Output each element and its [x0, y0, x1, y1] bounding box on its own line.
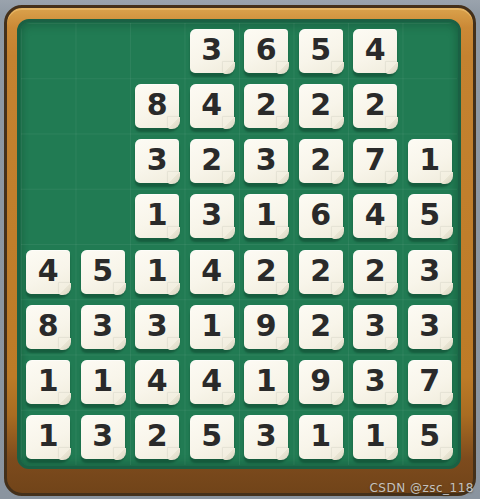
tile-value: 2: [310, 90, 331, 120]
tile-r5c5[interactable]: 2: [244, 250, 288, 294]
tile-r8c4[interactable]: 5: [190, 415, 234, 459]
tile-value: 1: [92, 366, 113, 396]
tile-r3c3[interactable]: 3: [135, 139, 179, 183]
tile-r5c7[interactable]: 2: [353, 250, 397, 294]
tile-r1c5[interactable]: 6: [244, 29, 288, 73]
tile-value: 1: [38, 421, 59, 451]
cell-r3c8: 1: [403, 134, 458, 189]
tile-r5c6[interactable]: 2: [299, 250, 343, 294]
cell-r8c4: 5: [185, 410, 240, 465]
tile-r8c5[interactable]: 3: [244, 415, 288, 459]
watermark: CSDN @zsc_118: [369, 481, 474, 495]
tile-corner-fold: [168, 172, 180, 184]
tile-value: 2: [310, 256, 331, 286]
tile-value: 1: [310, 421, 331, 451]
tile-value: 2: [310, 145, 331, 175]
tile-value: 3: [365, 366, 386, 396]
tile-corner-fold: [277, 227, 289, 239]
tile-corner-fold: [441, 393, 453, 405]
tile-corner-fold: [277, 283, 289, 295]
tile-corner-fold: [386, 338, 398, 350]
tile-r7c4[interactable]: 4: [190, 360, 234, 404]
cell-r5c1: 4: [21, 244, 76, 299]
tile-corner-fold: [223, 393, 235, 405]
tile-corner-fold: [114, 283, 126, 295]
tile-r8c1[interactable]: 1: [26, 415, 70, 459]
tile-r8c6[interactable]: 1: [299, 415, 343, 459]
tile-corner-fold: [277, 393, 289, 405]
cell-r8c5: 3: [239, 410, 294, 465]
tile-r4c8[interactable]: 5: [408, 194, 452, 238]
tile-value: 8: [147, 90, 168, 120]
tile-value: 3: [419, 256, 440, 286]
tile-r1c7[interactable]: 4: [353, 29, 397, 73]
tile-corner-fold: [441, 338, 453, 350]
cell-r8c8: 5: [403, 410, 458, 465]
tile-corner-fold: [332, 117, 344, 129]
tile-corner-fold: [168, 227, 180, 239]
tile-value: 1: [38, 366, 59, 396]
tile-corner-fold: [168, 283, 180, 295]
tile-r3c6[interactable]: 2: [299, 139, 343, 183]
cell-r1c5: 6: [239, 23, 294, 78]
cell-r6c5: 9: [239, 299, 294, 354]
tile-r5c3[interactable]: 1: [135, 250, 179, 294]
tile-value: 1: [147, 200, 168, 230]
tile-r8c7[interactable]: 1: [353, 415, 397, 459]
tile-corner-fold: [59, 393, 71, 405]
tile-corner-fold: [441, 227, 453, 239]
cell-r1c8: [403, 23, 458, 78]
cell-r6c8: 3: [403, 299, 458, 354]
tile-r7c3[interactable]: 4: [135, 360, 179, 404]
tile-value: 3: [92, 311, 113, 341]
cell-r1c7: 4: [348, 23, 403, 78]
tile-corner-fold: [59, 338, 71, 350]
tile-corner-fold: [277, 338, 289, 350]
cell-r1c6: 5: [294, 23, 349, 78]
tile-r4c3[interactable]: 1: [135, 194, 179, 238]
cell-r2c4: 4: [185, 78, 240, 133]
tile-corner-fold: [386, 227, 398, 239]
tile-r1c6[interactable]: 5: [299, 29, 343, 73]
cell-r4c8: 5: [403, 189, 458, 244]
tile-corner-fold: [386, 283, 398, 295]
tile-value: 2: [256, 256, 277, 286]
tile-r6c8[interactable]: 3: [408, 305, 452, 349]
cell-r7c2: 1: [76, 355, 131, 410]
tile-value: 5: [419, 421, 440, 451]
tile-r2c6[interactable]: 2: [299, 84, 343, 128]
tile-r8c8[interactable]: 5: [408, 415, 452, 459]
tile-value: 3: [201, 35, 222, 65]
tile-corner-fold: [114, 448, 126, 460]
cell-r6c3: 3: [130, 299, 185, 354]
tile-r6c2[interactable]: 3: [81, 305, 125, 349]
cell-r4c2: [76, 189, 131, 244]
tile-value: 2: [147, 421, 168, 451]
tile-corner-fold: [168, 117, 180, 129]
tile-corner-fold: [59, 283, 71, 295]
cell-r8c6: 1: [294, 410, 349, 465]
tile-corner-fold: [332, 393, 344, 405]
tile-r2c3[interactable]: 8: [135, 84, 179, 128]
tile-value: 4: [38, 256, 59, 286]
tile-corner-fold: [386, 117, 398, 129]
cell-r1c2: [76, 23, 131, 78]
tile-corner-fold: [332, 172, 344, 184]
tile-corner-fold: [168, 393, 180, 405]
cell-r3c5: 3: [239, 134, 294, 189]
tile-value: 4: [365, 200, 386, 230]
tile-corner-fold: [277, 172, 289, 184]
cell-r2c6: 2: [294, 78, 349, 133]
tile-r4c5[interactable]: 1: [244, 194, 288, 238]
cell-r5c3: 1: [130, 244, 185, 299]
tile-value: 8: [38, 311, 59, 341]
tile-r2c5[interactable]: 2: [244, 84, 288, 128]
tile-r5c4[interactable]: 4: [190, 250, 234, 294]
cell-r3c6: 2: [294, 134, 349, 189]
tile-r5c1[interactable]: 4: [26, 250, 70, 294]
tile-r7c5[interactable]: 1: [244, 360, 288, 404]
tile-corner-fold: [223, 172, 235, 184]
tile-r6c4[interactable]: 1: [190, 305, 234, 349]
cell-r2c7: 2: [348, 78, 403, 133]
tile-corner-fold: [223, 448, 235, 460]
tile-value: 2: [365, 90, 386, 120]
tile-value: 2: [201, 145, 222, 175]
cell-r7c3: 4: [130, 355, 185, 410]
cell-r5c4: 4: [185, 244, 240, 299]
tile-value: 2: [256, 90, 277, 120]
tile-corner-fold: [386, 448, 398, 460]
tile-r1c4[interactable]: 3: [190, 29, 234, 73]
tile-value: 5: [419, 200, 440, 230]
tile-r6c6[interactable]: 2: [299, 305, 343, 349]
cell-r2c8: [403, 78, 458, 133]
cell-r4c5: 1: [239, 189, 294, 244]
tile-r7c1[interactable]: 1: [26, 360, 70, 404]
cell-r2c2: [76, 78, 131, 133]
tile-value: 4: [365, 35, 386, 65]
tile-value: 4: [201, 256, 222, 286]
tile-r6c3[interactable]: 3: [135, 305, 179, 349]
tile-r8c2[interactable]: 3: [81, 415, 125, 459]
cell-r2c1: [21, 78, 76, 133]
cell-r4c4: 3: [185, 189, 240, 244]
tile-r7c6[interactable]: 9: [299, 360, 343, 404]
tile-value: 2: [310, 311, 331, 341]
cell-r3c7: 7: [348, 134, 403, 189]
tile-r5c2[interactable]: 5: [81, 250, 125, 294]
tile-value: 3: [147, 311, 168, 341]
tile-r8c3[interactable]: 2: [135, 415, 179, 459]
tile-corner-fold: [277, 117, 289, 129]
tile-corner-fold: [332, 338, 344, 350]
cell-r5c2: 5: [76, 244, 131, 299]
tile-value: 4: [147, 366, 168, 396]
tile-corner-fold: [277, 448, 289, 460]
tile-value: 6: [310, 200, 331, 230]
tile-r3c5[interactable]: 3: [244, 139, 288, 183]
tile-corner-fold: [223, 62, 235, 74]
tile-value: 1: [201, 311, 222, 341]
tile-value: 5: [92, 256, 113, 286]
tile-r6c5[interactable]: 9: [244, 305, 288, 349]
tile-r7c8[interactable]: 7: [408, 360, 452, 404]
tile-value: 9: [256, 311, 277, 341]
tile-value: 1: [147, 256, 168, 286]
cell-r5c6: 2: [294, 244, 349, 299]
cell-r5c8: 3: [403, 244, 458, 299]
cell-r6c4: 1: [185, 299, 240, 354]
cell-r7c6: 9: [294, 355, 349, 410]
cell-r4c1: [21, 189, 76, 244]
tile-corner-fold: [441, 448, 453, 460]
cell-r8c2: 3: [76, 410, 131, 465]
tile-value: 2: [365, 256, 386, 286]
cell-r4c6: 6: [294, 189, 349, 244]
game-board: 3654842223232711316454514222383319233114…: [17, 19, 461, 469]
tile-corner-fold: [223, 117, 235, 129]
tile-value: 1: [256, 366, 277, 396]
tile-value: 3: [365, 311, 386, 341]
tile-value: 4: [201, 366, 222, 396]
tile-value: 7: [419, 366, 440, 396]
cell-r8c7: 1: [348, 410, 403, 465]
tile-corner-fold: [441, 283, 453, 295]
tile-corner-fold: [386, 172, 398, 184]
tile-value: 1: [419, 145, 440, 175]
tile-corner-fold: [332, 448, 344, 460]
tile-value: 5: [201, 421, 222, 451]
cell-r7c8: 7: [403, 355, 458, 410]
tile-r2c4[interactable]: 4: [190, 84, 234, 128]
tile-value: 1: [365, 421, 386, 451]
cell-r6c7: 3: [348, 299, 403, 354]
cell-r2c5: 2: [239, 78, 294, 133]
cell-r3c1: [21, 134, 76, 189]
tile-r7c7[interactable]: 3: [353, 360, 397, 404]
tile-corner-fold: [114, 393, 126, 405]
tile-corner-fold: [332, 283, 344, 295]
cell-r5c7: 2: [348, 244, 403, 299]
cell-r1c3: [130, 23, 185, 78]
tile-corner-fold: [168, 338, 180, 350]
cell-r7c4: 4: [185, 355, 240, 410]
tile-r3c7[interactable]: 7: [353, 139, 397, 183]
cell-r8c1: 1: [21, 410, 76, 465]
tile-r6c7[interactable]: 3: [353, 305, 397, 349]
cell-r7c1: 1: [21, 355, 76, 410]
tile-r4c6[interactable]: 6: [299, 194, 343, 238]
cell-r7c5: 1: [239, 355, 294, 410]
cell-r1c1: [21, 23, 76, 78]
tile-r4c7[interactable]: 4: [353, 194, 397, 238]
tile-r7c2[interactable]: 1: [81, 360, 125, 404]
tile-value: 3: [256, 145, 277, 175]
tile-r3c4[interactable]: 2: [190, 139, 234, 183]
tile-r2c7[interactable]: 2: [353, 84, 397, 128]
tile-corner-fold: [168, 448, 180, 460]
cell-r4c3: 1: [130, 189, 185, 244]
tile-grid: 3654842223232711316454514222383319233114…: [21, 23, 457, 465]
tile-r5c8[interactable]: 3: [408, 250, 452, 294]
cell-r2c3: 8: [130, 78, 185, 133]
cell-r3c2: [76, 134, 131, 189]
cell-r6c2: 3: [76, 299, 131, 354]
tile-value: 3: [92, 421, 113, 451]
tile-corner-fold: [332, 62, 344, 74]
tile-value: 3: [419, 311, 440, 341]
cell-r7c7: 3: [348, 355, 403, 410]
cell-r6c1: 8: [21, 299, 76, 354]
tile-corner-fold: [386, 393, 398, 405]
tile-value: 6: [256, 35, 277, 65]
cell-r4c7: 4: [348, 189, 403, 244]
tile-corner-fold: [332, 227, 344, 239]
tile-value: 5: [310, 35, 331, 65]
tile-corner-fold: [277, 62, 289, 74]
cell-r8c3: 2: [130, 410, 185, 465]
tile-corner-fold: [441, 172, 453, 184]
tile-value: 3: [201, 200, 222, 230]
tile-value: 3: [147, 145, 168, 175]
tile-value: 9: [310, 366, 331, 396]
tile-r3c8[interactable]: 1: [408, 139, 452, 183]
cell-r1c4: 3: [185, 23, 240, 78]
tile-corner-fold: [223, 227, 235, 239]
board-frame: 3654842223232711316454514222383319233114…: [4, 5, 476, 496]
cell-r6c6: 2: [294, 299, 349, 354]
tile-corner-fold: [223, 338, 235, 350]
cell-r3c3: 3: [130, 134, 185, 189]
tile-value: 1: [256, 200, 277, 230]
tile-corner-fold: [114, 338, 126, 350]
tile-r6c1[interactable]: 8: [26, 305, 70, 349]
cell-r3c4: 2: [185, 134, 240, 189]
tile-corner-fold: [386, 62, 398, 74]
cell-r5c5: 2: [239, 244, 294, 299]
tile-value: 7: [365, 145, 386, 175]
tile-r4c4[interactable]: 3: [190, 194, 234, 238]
tile-value: 3: [256, 421, 277, 451]
tile-value: 4: [201, 90, 222, 120]
tile-corner-fold: [223, 283, 235, 295]
tile-corner-fold: [59, 448, 71, 460]
